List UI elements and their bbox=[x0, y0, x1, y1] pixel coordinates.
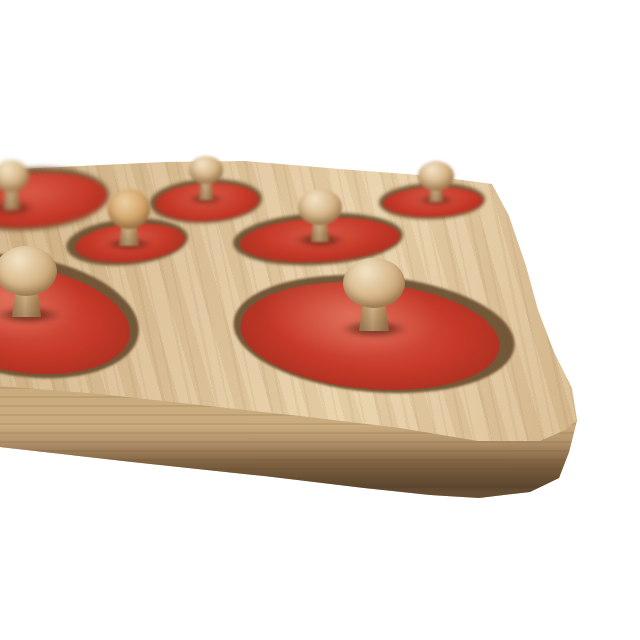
cylinder-board-scene bbox=[0, 0, 640, 640]
cylinder-group-G bbox=[0, 0, 640, 640]
knob-cap-G[interactable] bbox=[343, 258, 405, 308]
